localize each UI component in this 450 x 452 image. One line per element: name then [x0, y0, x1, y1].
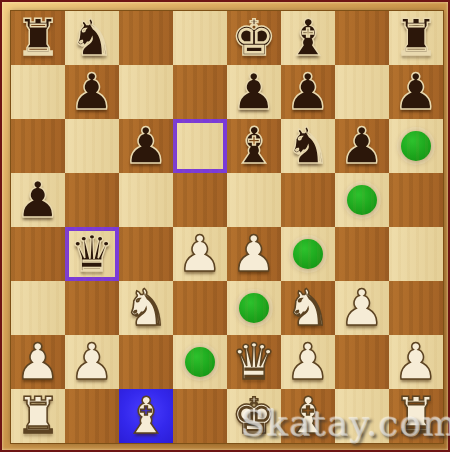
piece-white-pawn-f2[interactable]: ♟	[286, 335, 331, 389]
square-a5[interactable]: ♟	[11, 173, 65, 227]
square-d2[interactable]	[173, 335, 227, 389]
square-e8[interactable]: ♚	[227, 11, 281, 65]
move-hint-dot-d2[interactable]	[185, 347, 215, 377]
square-e1[interactable]: ♚	[227, 389, 281, 443]
piece-white-pawn-e4[interactable]: ♟	[232, 227, 277, 281]
piece-black-bishop-e6[interactable]: ♝	[232, 119, 277, 173]
square-f1[interactable]: ♝	[281, 389, 335, 443]
piece-black-bishop-f8[interactable]: ♝	[286, 11, 331, 65]
square-h3[interactable]	[389, 281, 443, 335]
move-hint-dot-e3[interactable]	[239, 293, 269, 323]
piece-black-rook-a8[interactable]: ♜	[16, 11, 61, 65]
piece-black-rook-h8[interactable]: ♜	[394, 11, 439, 65]
square-h2[interactable]: ♟	[389, 335, 443, 389]
square-h8[interactable]: ♜	[389, 11, 443, 65]
square-h7[interactable]: ♟	[389, 65, 443, 119]
square-b6[interactable]	[65, 119, 119, 173]
square-h1[interactable]: ♜	[389, 389, 443, 443]
square-b8[interactable]: ♞	[65, 11, 119, 65]
move-hint-dot-f4[interactable]	[293, 239, 323, 269]
square-c3[interactable]: ♞	[119, 281, 173, 335]
square-b5[interactable]	[65, 173, 119, 227]
square-a1[interactable]: ♜	[11, 389, 65, 443]
square-e5[interactable]	[227, 173, 281, 227]
square-d8[interactable]	[173, 11, 227, 65]
piece-black-pawn-b7[interactable]: ♟	[70, 65, 115, 119]
square-g5[interactable]	[335, 173, 389, 227]
square-c6[interactable]: ♟	[119, 119, 173, 173]
square-f7[interactable]: ♟	[281, 65, 335, 119]
square-f6[interactable]: ♞	[281, 119, 335, 173]
square-d5[interactable]	[173, 173, 227, 227]
square-f5[interactable]	[281, 173, 335, 227]
square-g6[interactable]: ♟	[335, 119, 389, 173]
square-c4[interactable]	[119, 227, 173, 281]
square-b3[interactable]	[65, 281, 119, 335]
piece-white-bishop-f1[interactable]: ♝	[286, 389, 331, 443]
piece-black-pawn-c6[interactable]: ♟	[124, 119, 169, 173]
square-g3[interactable]: ♟	[335, 281, 389, 335]
square-b4[interactable]: ♛	[65, 227, 119, 281]
square-e6[interactable]: ♝	[227, 119, 281, 173]
square-c1[interactable]: ♝	[119, 389, 173, 443]
piece-black-pawn-f7[interactable]: ♟	[286, 65, 331, 119]
piece-black-queen-b4[interactable]: ♛	[70, 227, 115, 281]
chess-app-window: ♜♞♚♝♜♟♟♟♟♟♝♞♟♟♛♟♟♞♞♟♟♟♛♟♟♜♝♚♝♜ Skatay.co…	[0, 0, 450, 452]
square-c2[interactable]	[119, 335, 173, 389]
piece-black-knight-b8[interactable]: ♞	[70, 11, 115, 65]
move-hint-dot-g5[interactable]	[347, 185, 377, 215]
square-f2[interactable]: ♟	[281, 335, 335, 389]
square-h6[interactable]	[389, 119, 443, 173]
move-hint-dot-h6[interactable]	[401, 131, 431, 161]
piece-white-pawn-h2[interactable]: ♟	[394, 335, 439, 389]
square-e7[interactable]: ♟	[227, 65, 281, 119]
square-b2[interactable]: ♟	[65, 335, 119, 389]
square-g8[interactable]	[335, 11, 389, 65]
piece-black-pawn-e7[interactable]: ♟	[232, 65, 277, 119]
square-g2[interactable]	[335, 335, 389, 389]
piece-white-pawn-b2[interactable]: ♟	[70, 335, 115, 389]
chess-board: ♜♞♚♝♜♟♟♟♟♟♝♞♟♟♛♟♟♞♞♟♟♟♛♟♟♜♝♚♝♜	[11, 11, 443, 443]
piece-black-king-e8[interactable]: ♚	[232, 11, 277, 65]
piece-white-pawn-a2[interactable]: ♟	[16, 335, 61, 389]
piece-white-rook-a1[interactable]: ♜	[16, 389, 61, 443]
piece-white-king-e1[interactable]: ♚	[232, 389, 277, 443]
piece-white-bishop-c1[interactable]: ♝	[124, 389, 169, 443]
square-g1[interactable]	[335, 389, 389, 443]
piece-black-knight-f6[interactable]: ♞	[286, 119, 331, 173]
square-c8[interactable]	[119, 11, 173, 65]
square-a7[interactable]	[11, 65, 65, 119]
square-h4[interactable]	[389, 227, 443, 281]
piece-white-pawn-g3[interactable]: ♟	[340, 281, 385, 335]
piece-black-pawn-h7[interactable]: ♟	[394, 65, 439, 119]
square-f3[interactable]: ♞	[281, 281, 335, 335]
square-c5[interactable]	[119, 173, 173, 227]
square-a4[interactable]	[11, 227, 65, 281]
square-b1[interactable]	[65, 389, 119, 443]
square-a8[interactable]: ♜	[11, 11, 65, 65]
square-f8[interactable]: ♝	[281, 11, 335, 65]
piece-black-pawn-a5[interactable]: ♟	[16, 173, 61, 227]
square-e3[interactable]	[227, 281, 281, 335]
square-d4[interactable]: ♟	[173, 227, 227, 281]
square-e2[interactable]: ♛	[227, 335, 281, 389]
piece-black-pawn-g6[interactable]: ♟	[340, 119, 385, 173]
square-d6[interactable]	[173, 119, 227, 173]
square-d7[interactable]	[173, 65, 227, 119]
square-c7[interactable]	[119, 65, 173, 119]
square-g7[interactable]	[335, 65, 389, 119]
square-e4[interactable]: ♟	[227, 227, 281, 281]
square-a2[interactable]: ♟	[11, 335, 65, 389]
piece-white-knight-f3[interactable]: ♞	[286, 281, 331, 335]
square-g4[interactable]	[335, 227, 389, 281]
square-a3[interactable]	[11, 281, 65, 335]
square-f4[interactable]	[281, 227, 335, 281]
square-d3[interactable]	[173, 281, 227, 335]
square-h5[interactable]	[389, 173, 443, 227]
square-b7[interactable]: ♟	[65, 65, 119, 119]
square-a6[interactable]	[11, 119, 65, 173]
piece-white-rook-h1[interactable]: ♜	[394, 389, 439, 443]
square-d1[interactable]	[173, 389, 227, 443]
piece-white-pawn-d4[interactable]: ♟	[178, 227, 223, 281]
piece-white-knight-c3[interactable]: ♞	[124, 281, 169, 335]
piece-white-queen-e2[interactable]: ♛	[232, 335, 277, 389]
